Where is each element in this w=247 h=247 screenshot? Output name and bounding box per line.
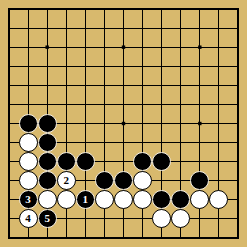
black-stone-move-3: 3 bbox=[19, 190, 38, 209]
black-stone bbox=[19, 114, 38, 133]
white-stone bbox=[57, 190, 76, 209]
black-stone bbox=[38, 152, 57, 171]
move-number: 2 bbox=[64, 175, 70, 186]
move-number: 3 bbox=[25, 194, 31, 205]
move-number: 1 bbox=[83, 194, 89, 205]
black-stone bbox=[57, 152, 76, 171]
star-point bbox=[122, 45, 125, 48]
black-stone-move-5: 5 bbox=[38, 209, 57, 228]
white-stone-move-4: 4 bbox=[19, 209, 38, 228]
star-point bbox=[122, 122, 125, 125]
white-stone bbox=[19, 171, 38, 190]
black-stone bbox=[38, 114, 57, 133]
star-point bbox=[45, 45, 48, 48]
star-point bbox=[198, 45, 201, 48]
white-stone bbox=[19, 152, 38, 171]
white-stone bbox=[38, 190, 57, 209]
black-stone bbox=[38, 133, 57, 152]
black-stone bbox=[76, 152, 95, 171]
star-point bbox=[198, 122, 201, 125]
go-board: 23145 bbox=[0, 0, 247, 247]
black-stone bbox=[38, 171, 57, 190]
white-stone bbox=[19, 133, 38, 152]
move-number: 5 bbox=[44, 213, 50, 224]
white-stone-move-2: 2 bbox=[57, 171, 76, 190]
move-number: 4 bbox=[25, 213, 31, 224]
